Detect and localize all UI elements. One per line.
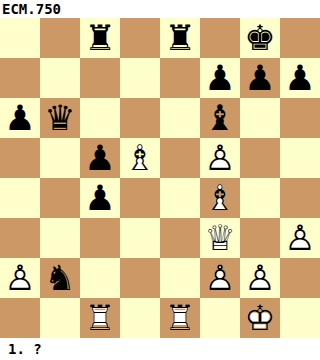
black-piece-glyph: ♟ (80, 178, 120, 218)
square-c6[interactable] (80, 98, 120, 138)
white-piece-outline: ♔ (240, 298, 280, 338)
white-piece-outline: ♙ (200, 258, 240, 298)
white-piece-outline: ♕ (200, 218, 240, 258)
square-a7[interactable] (0, 58, 40, 98)
move-prompt: 1. ? (8, 341, 42, 357)
square-h4[interactable] (280, 178, 320, 218)
square-a1[interactable] (0, 298, 40, 338)
square-b3[interactable] (40, 218, 80, 258)
square-f8[interactable] (200, 18, 240, 58)
square-b8[interactable] (40, 18, 80, 58)
piece-black-pawn[interactable]: ♟ (80, 138, 120, 178)
piece-black-pawn[interactable]: ♟ (80, 178, 120, 218)
square-d4[interactable] (120, 178, 160, 218)
black-piece-glyph: ♟ (200, 58, 240, 98)
square-g8[interactable]: ♚ (240, 18, 280, 58)
square-h1[interactable] (280, 298, 320, 338)
white-piece-outline: ♖ (160, 298, 200, 338)
square-f5[interactable]: ♟♙ (200, 138, 240, 178)
square-g2[interactable]: ♟♙ (240, 258, 280, 298)
piece-black-pawn[interactable]: ♟ (200, 58, 240, 98)
piece-white-rook[interactable]: ♜♖ (160, 298, 200, 338)
square-b4[interactable] (40, 178, 80, 218)
black-piece-glyph: ♛ (40, 98, 80, 138)
square-h2[interactable] (280, 258, 320, 298)
square-e1[interactable]: ♜♖ (160, 298, 200, 338)
square-a6[interactable]: ♟ (0, 98, 40, 138)
square-g6[interactable] (240, 98, 280, 138)
square-f7[interactable]: ♟ (200, 58, 240, 98)
square-e2[interactable] (160, 258, 200, 298)
chess-puzzle-viewer: ECM.750 ♜♜♚♟♟♟♟♛♝♟♝♗♟♙♟♝♗♛♕♟♙♟♙♞♟♙♟♙♜♖♜♖… (0, 0, 320, 360)
black-piece-glyph: ♚ (240, 18, 280, 58)
white-piece-outline: ♗ (200, 178, 240, 218)
piece-white-pawn[interactable]: ♟♙ (240, 258, 280, 298)
piece-white-bishop[interactable]: ♝♗ (120, 138, 160, 178)
square-b1[interactable] (40, 298, 80, 338)
piece-black-knight[interactable]: ♞ (40, 258, 80, 298)
square-g1[interactable]: ♚♔ (240, 298, 280, 338)
piece-black-pawn[interactable]: ♟ (240, 58, 280, 98)
white-piece-outline: ♗ (120, 138, 160, 178)
square-h3[interactable]: ♟♙ (280, 218, 320, 258)
piece-black-rook[interactable]: ♜ (80, 18, 120, 58)
square-d1[interactable] (120, 298, 160, 338)
piece-white-pawn[interactable]: ♟♙ (200, 138, 240, 178)
square-f4[interactable]: ♝♗ (200, 178, 240, 218)
square-b5[interactable] (40, 138, 80, 178)
square-c8[interactable]: ♜ (80, 18, 120, 58)
black-piece-glyph: ♞ (40, 258, 80, 298)
square-e6[interactable] (160, 98, 200, 138)
square-d7[interactable] (120, 58, 160, 98)
piece-white-bishop[interactable]: ♝♗ (200, 178, 240, 218)
square-e4[interactable] (160, 178, 200, 218)
square-c7[interactable] (80, 58, 120, 98)
square-c3[interactable] (80, 218, 120, 258)
square-e7[interactable] (160, 58, 200, 98)
square-g5[interactable] (240, 138, 280, 178)
square-d5[interactable]: ♝♗ (120, 138, 160, 178)
puzzle-title: ECM.750 (2, 1, 61, 17)
square-e8[interactable]: ♜ (160, 18, 200, 58)
square-b6[interactable]: ♛ (40, 98, 80, 138)
square-h8[interactable] (280, 18, 320, 58)
black-piece-glyph: ♟ (240, 58, 280, 98)
square-c5[interactable]: ♟ (80, 138, 120, 178)
square-b7[interactable] (40, 58, 80, 98)
piece-black-king[interactable]: ♚ (240, 18, 280, 58)
piece-white-king[interactable]: ♚♔ (240, 298, 280, 338)
square-h6[interactable] (280, 98, 320, 138)
chess-board: ♜♜♚♟♟♟♟♛♝♟♝♗♟♙♟♝♗♛♕♟♙♟♙♞♟♙♟♙♜♖♜♖♚♔ (0, 18, 320, 338)
square-e5[interactable] (160, 138, 200, 178)
square-e3[interactable] (160, 218, 200, 258)
square-b2[interactable]: ♞ (40, 258, 80, 298)
piece-black-bishop[interactable]: ♝ (200, 98, 240, 138)
piece-white-pawn[interactable]: ♟♙ (280, 218, 320, 258)
square-c1[interactable]: ♜♖ (80, 298, 120, 338)
square-a2[interactable]: ♟♙ (0, 258, 40, 298)
white-piece-outline: ♙ (200, 138, 240, 178)
white-piece-outline: ♙ (280, 218, 320, 258)
square-h7[interactable]: ♟ (280, 58, 320, 98)
square-a4[interactable] (0, 178, 40, 218)
square-f1[interactable] (200, 298, 240, 338)
square-c2[interactable] (80, 258, 120, 298)
piece-black-queen[interactable]: ♛ (40, 98, 80, 138)
white-piece-outline: ♙ (0, 258, 40, 298)
square-d3[interactable] (120, 218, 160, 258)
square-h5[interactable] (280, 138, 320, 178)
piece-black-rook[interactable]: ♜ (160, 18, 200, 58)
square-g3[interactable] (240, 218, 280, 258)
black-piece-glyph: ♟ (80, 138, 120, 178)
square-g4[interactable] (240, 178, 280, 218)
square-c4[interactable]: ♟ (80, 178, 120, 218)
piece-black-pawn[interactable]: ♟ (280, 58, 320, 98)
piece-white-pawn[interactable]: ♟♙ (0, 258, 40, 298)
square-a8[interactable] (0, 18, 40, 58)
piece-white-queen[interactable]: ♛♕ (200, 218, 240, 258)
white-piece-outline: ♖ (80, 298, 120, 338)
piece-white-pawn[interactable]: ♟♙ (200, 258, 240, 298)
piece-white-rook[interactable]: ♜♖ (80, 298, 120, 338)
square-f2[interactable]: ♟♙ (200, 258, 240, 298)
square-g7[interactable]: ♟ (240, 58, 280, 98)
square-d6[interactable] (120, 98, 160, 138)
square-a3[interactable] (0, 218, 40, 258)
black-piece-glyph: ♜ (160, 18, 200, 58)
black-piece-glyph: ♝ (200, 98, 240, 138)
piece-black-pawn[interactable]: ♟ (0, 98, 40, 138)
black-piece-glyph: ♟ (0, 98, 40, 138)
square-a5[interactable] (0, 138, 40, 178)
black-piece-glyph: ♜ (80, 18, 120, 58)
square-d8[interactable] (120, 18, 160, 58)
square-f6[interactable]: ♝ (200, 98, 240, 138)
black-piece-glyph: ♟ (280, 58, 320, 98)
white-piece-outline: ♙ (240, 258, 280, 298)
square-f3[interactable]: ♛♕ (200, 218, 240, 258)
square-d2[interactable] (120, 258, 160, 298)
